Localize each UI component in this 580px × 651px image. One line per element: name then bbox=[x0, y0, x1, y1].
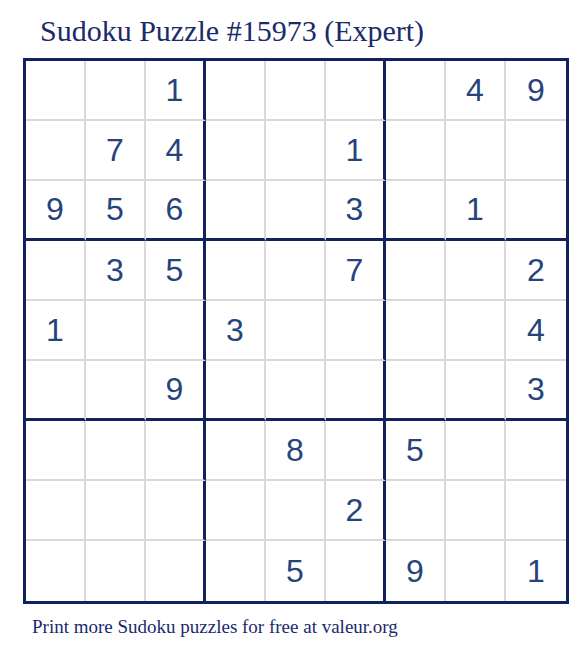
cell-r8c3-empty[interactable] bbox=[146, 481, 206, 541]
cell-r3c4-empty[interactable] bbox=[206, 181, 266, 241]
cell-r5c8-empty[interactable] bbox=[446, 301, 506, 361]
cell-r7c9-empty[interactable] bbox=[506, 421, 566, 481]
cell-r5c9-given-4[interactable]: 4 bbox=[506, 301, 566, 361]
cell-r4c9-given-2[interactable]: 2 bbox=[506, 241, 566, 301]
cell-r5c6-empty[interactable] bbox=[326, 301, 386, 361]
cell-r3c1-given-9[interactable]: 9 bbox=[26, 181, 86, 241]
sudoku-board: 14974195631357213493852591 bbox=[23, 58, 569, 604]
cell-r8c8-empty[interactable] bbox=[446, 481, 506, 541]
cell-r9c9-given-1[interactable]: 1 bbox=[506, 541, 566, 601]
cell-r4c1-empty[interactable] bbox=[26, 241, 86, 301]
cell-r2c4-empty[interactable] bbox=[206, 121, 266, 181]
cell-r4c8-empty[interactable] bbox=[446, 241, 506, 301]
cell-r1c6-empty[interactable] bbox=[326, 61, 386, 121]
cell-r6c4-empty[interactable] bbox=[206, 361, 266, 421]
cell-r6c7-empty[interactable] bbox=[386, 361, 446, 421]
cell-r3c6-given-3[interactable]: 3 bbox=[326, 181, 386, 241]
cell-r1c1-empty[interactable] bbox=[26, 61, 86, 121]
cell-r8c5-empty[interactable] bbox=[266, 481, 326, 541]
cell-r7c6-empty[interactable] bbox=[326, 421, 386, 481]
cell-r1c2-empty[interactable] bbox=[86, 61, 146, 121]
cell-r8c1-empty[interactable] bbox=[26, 481, 86, 541]
cell-r8c9-empty[interactable] bbox=[506, 481, 566, 541]
page-title: Sudoku Puzzle #15973 (Expert) bbox=[40, 12, 424, 50]
cell-r9c7-given-9[interactable]: 9 bbox=[386, 541, 446, 601]
cell-r9c3-empty[interactable] bbox=[146, 541, 206, 601]
cell-r9c4-empty[interactable] bbox=[206, 541, 266, 601]
cell-r2c6-given-1[interactable]: 1 bbox=[326, 121, 386, 181]
sudoku-print-page: Sudoku Puzzle #15973 (Expert) 1497419563… bbox=[0, 0, 580, 651]
cell-r8c6-given-2[interactable]: 2 bbox=[326, 481, 386, 541]
cell-r1c3-given-1[interactable]: 1 bbox=[146, 61, 206, 121]
cell-r5c5-empty[interactable] bbox=[266, 301, 326, 361]
cell-r1c4-empty[interactable] bbox=[206, 61, 266, 121]
cell-r9c1-empty[interactable] bbox=[26, 541, 86, 601]
cell-r1c7-empty[interactable] bbox=[386, 61, 446, 121]
cell-r2c2-given-7[interactable]: 7 bbox=[86, 121, 146, 181]
cell-r3c7-empty[interactable] bbox=[386, 181, 446, 241]
cell-r4c5-empty[interactable] bbox=[266, 241, 326, 301]
cell-r4c2-given-3[interactable]: 3 bbox=[86, 241, 146, 301]
cell-r9c6-empty[interactable] bbox=[326, 541, 386, 601]
cell-r2c9-empty[interactable] bbox=[506, 121, 566, 181]
footer-text: Print more Sudoku puzzles for free at va… bbox=[32, 615, 398, 639]
cell-r5c7-empty[interactable] bbox=[386, 301, 446, 361]
cell-r6c9-given-3[interactable]: 3 bbox=[506, 361, 566, 421]
cell-r6c2-empty[interactable] bbox=[86, 361, 146, 421]
cell-r2c3-given-4[interactable]: 4 bbox=[146, 121, 206, 181]
cell-r3c2-given-5[interactable]: 5 bbox=[86, 181, 146, 241]
cell-r3c8-given-1[interactable]: 1 bbox=[446, 181, 506, 241]
cell-r4c4-empty[interactable] bbox=[206, 241, 266, 301]
cell-r8c2-empty[interactable] bbox=[86, 481, 146, 541]
cell-r5c3-empty[interactable] bbox=[146, 301, 206, 361]
cell-r1c5-empty[interactable] bbox=[266, 61, 326, 121]
cell-r7c4-empty[interactable] bbox=[206, 421, 266, 481]
cell-r2c5-empty[interactable] bbox=[266, 121, 326, 181]
cell-r1c9-given-9[interactable]: 9 bbox=[506, 61, 566, 121]
cell-r6c3-given-9[interactable]: 9 bbox=[146, 361, 206, 421]
cell-r6c6-empty[interactable] bbox=[326, 361, 386, 421]
cell-r6c1-empty[interactable] bbox=[26, 361, 86, 421]
cell-r2c7-empty[interactable] bbox=[386, 121, 446, 181]
cell-r7c5-given-8[interactable]: 8 bbox=[266, 421, 326, 481]
cell-r7c2-empty[interactable] bbox=[86, 421, 146, 481]
cell-r8c4-empty[interactable] bbox=[206, 481, 266, 541]
cell-r7c7-given-5[interactable]: 5 bbox=[386, 421, 446, 481]
cell-r7c1-empty[interactable] bbox=[26, 421, 86, 481]
cell-r6c5-empty[interactable] bbox=[266, 361, 326, 421]
cell-r3c3-given-6[interactable]: 6 bbox=[146, 181, 206, 241]
cell-r2c8-empty[interactable] bbox=[446, 121, 506, 181]
cell-r7c3-empty[interactable] bbox=[146, 421, 206, 481]
cell-r2c1-empty[interactable] bbox=[26, 121, 86, 181]
cell-r9c2-empty[interactable] bbox=[86, 541, 146, 601]
cell-r4c6-given-7[interactable]: 7 bbox=[326, 241, 386, 301]
cell-r5c1-given-1[interactable]: 1 bbox=[26, 301, 86, 361]
cell-r6c8-empty[interactable] bbox=[446, 361, 506, 421]
cell-r7c8-empty[interactable] bbox=[446, 421, 506, 481]
cell-r3c5-empty[interactable] bbox=[266, 181, 326, 241]
cell-r8c7-empty[interactable] bbox=[386, 481, 446, 541]
cell-r1c8-given-4[interactable]: 4 bbox=[446, 61, 506, 121]
cell-r3c9-empty[interactable] bbox=[506, 181, 566, 241]
cell-r4c7-empty[interactable] bbox=[386, 241, 446, 301]
cell-r9c5-given-5[interactable]: 5 bbox=[266, 541, 326, 601]
cell-r9c8-empty[interactable] bbox=[446, 541, 506, 601]
cell-r5c4-given-3[interactable]: 3 bbox=[206, 301, 266, 361]
cell-r4c3-given-5[interactable]: 5 bbox=[146, 241, 206, 301]
cell-r5c2-empty[interactable] bbox=[86, 301, 146, 361]
